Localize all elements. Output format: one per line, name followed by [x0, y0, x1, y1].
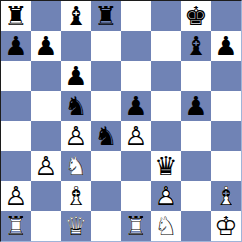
piece-white-pawn: ♙	[121, 121, 151, 151]
square-d7[interactable]	[91, 31, 121, 61]
square-f6[interactable]	[151, 61, 181, 91]
square-d5[interactable]	[91, 91, 121, 121]
piece-white-pawn: ♙	[31, 151, 61, 181]
square-a4[interactable]	[1, 121, 31, 151]
piece-white-pawn-fill: ♟	[31, 151, 61, 181]
square-f1[interactable]: ♞♘	[151, 211, 181, 241]
piece-black-knight: ♞	[91, 121, 121, 151]
chess-board: ♜♝♜♚♟♟♝♟♟♞♟♟♟♙♞♟♙♟♙♞♘♛♟♙♝♗♟♙♝♗♜♖♛♕♜♖♞♘♚♔	[0, 0, 242, 242]
square-d6[interactable]	[91, 61, 121, 91]
piece-white-bishop: ♗	[61, 181, 91, 211]
square-c3[interactable]: ♞♘	[61, 151, 91, 181]
square-a2[interactable]: ♟♙	[1, 181, 31, 211]
square-f2[interactable]: ♟♙	[151, 181, 181, 211]
square-g7[interactable]: ♝	[181, 31, 211, 61]
square-f4[interactable]	[151, 121, 181, 151]
square-c4[interactable]: ♟♙	[61, 121, 91, 151]
square-e1[interactable]: ♜♖	[121, 211, 151, 241]
square-g6[interactable]	[181, 61, 211, 91]
piece-white-queen: ♕	[61, 211, 91, 241]
piece-white-pawn: ♙	[151, 181, 181, 211]
square-b5[interactable]	[31, 91, 61, 121]
square-d2[interactable]	[91, 181, 121, 211]
square-h1[interactable]: ♚♔	[211, 211, 241, 241]
square-c6[interactable]: ♟	[61, 61, 91, 91]
square-e2[interactable]	[121, 181, 151, 211]
square-b8[interactable]	[31, 1, 61, 31]
square-a7[interactable]: ♟	[1, 31, 31, 61]
square-h3[interactable]	[211, 151, 241, 181]
square-c8[interactable]: ♝	[61, 1, 91, 31]
square-c1[interactable]: ♛♕	[61, 211, 91, 241]
piece-black-pawn: ♟	[181, 91, 211, 121]
piece-black-king: ♚	[181, 1, 211, 31]
piece-white-pawn: ♙	[61, 121, 91, 151]
square-d4[interactable]: ♞	[91, 121, 121, 151]
square-g4[interactable]	[181, 121, 211, 151]
piece-white-bishop: ♗	[211, 181, 241, 211]
square-e4[interactable]: ♟♙	[121, 121, 151, 151]
square-h6[interactable]	[211, 61, 241, 91]
square-f8[interactable]	[151, 1, 181, 31]
piece-white-rook: ♖	[121, 211, 151, 241]
square-f5[interactable]	[151, 91, 181, 121]
piece-black-knight: ♞	[61, 91, 91, 121]
piece-white-king-fill: ♚	[211, 211, 241, 241]
square-g3[interactable]	[181, 151, 211, 181]
piece-white-pawn-fill: ♟	[1, 181, 31, 211]
piece-black-bishop: ♝	[181, 31, 211, 61]
square-b4[interactable]	[31, 121, 61, 151]
square-b7[interactable]: ♟	[31, 31, 61, 61]
square-g8[interactable]: ♚	[181, 1, 211, 31]
square-f3[interactable]: ♛	[151, 151, 181, 181]
piece-white-pawn-fill: ♟	[61, 121, 91, 151]
square-e7[interactable]	[121, 31, 151, 61]
piece-white-queen-fill: ♛	[61, 211, 91, 241]
square-c5[interactable]: ♞	[61, 91, 91, 121]
piece-black-pawn: ♟	[1, 31, 31, 61]
square-a8[interactable]: ♜	[1, 1, 31, 31]
piece-white-rook: ♖	[1, 211, 31, 241]
square-h5[interactable]	[211, 91, 241, 121]
square-b6[interactable]	[31, 61, 61, 91]
piece-black-pawn: ♟	[61, 61, 91, 91]
square-e5[interactable]: ♟	[121, 91, 151, 121]
square-d3[interactable]	[91, 151, 121, 181]
square-h2[interactable]: ♝♗	[211, 181, 241, 211]
piece-white-pawn-fill: ♟	[151, 181, 181, 211]
piece-black-rook: ♜	[1, 1, 31, 31]
square-f7[interactable]	[151, 31, 181, 61]
piece-white-bishop-fill: ♝	[61, 181, 91, 211]
piece-white-bishop-fill: ♝	[211, 181, 241, 211]
piece-black-rook: ♜	[91, 1, 121, 31]
piece-black-pawn: ♟	[31, 31, 61, 61]
square-b1[interactable]	[31, 211, 61, 241]
piece-black-pawn: ♟	[121, 91, 151, 121]
square-d1[interactable]	[91, 211, 121, 241]
square-b2[interactable]	[31, 181, 61, 211]
square-g2[interactable]	[181, 181, 211, 211]
piece-black-queen: ♛	[151, 151, 181, 181]
piece-white-knight: ♘	[61, 151, 91, 181]
square-a6[interactable]	[1, 61, 31, 91]
square-a3[interactable]	[1, 151, 31, 181]
square-c7[interactable]	[61, 31, 91, 61]
piece-white-knight: ♘	[151, 211, 181, 241]
square-g1[interactable]	[181, 211, 211, 241]
piece-white-pawn-fill: ♟	[121, 121, 151, 151]
piece-white-rook-fill: ♜	[121, 211, 151, 241]
square-g5[interactable]: ♟	[181, 91, 211, 121]
piece-white-knight-fill: ♞	[151, 211, 181, 241]
square-b3[interactable]: ♟♙	[31, 151, 61, 181]
square-h4[interactable]	[211, 121, 241, 151]
square-c2[interactable]: ♝♗	[61, 181, 91, 211]
piece-white-pawn: ♙	[1, 181, 31, 211]
square-d8[interactable]: ♜	[91, 1, 121, 31]
piece-black-pawn: ♟	[211, 31, 241, 61]
square-e6[interactable]	[121, 61, 151, 91]
piece-white-knight-fill: ♞	[61, 151, 91, 181]
square-a1[interactable]: ♜♖	[1, 211, 31, 241]
square-e3[interactable]	[121, 151, 151, 181]
square-h8[interactable]	[211, 1, 241, 31]
square-h7[interactable]: ♟	[211, 31, 241, 61]
square-a5[interactable]	[1, 91, 31, 121]
piece-white-king: ♔	[211, 211, 241, 241]
piece-white-rook-fill: ♜	[1, 211, 31, 241]
piece-black-bishop: ♝	[61, 1, 91, 31]
square-e8[interactable]	[121, 1, 151, 31]
